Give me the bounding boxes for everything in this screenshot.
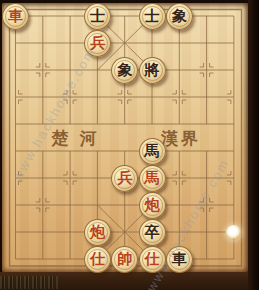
piece-glyph: 車	[8, 9, 23, 24]
piece-glyph: 炮	[145, 198, 160, 213]
piece-black-general[interactable]: 將	[139, 57, 166, 84]
piece-red-advisor[interactable]: 仕	[84, 246, 111, 273]
piece-glyph: 象	[172, 9, 187, 24]
piece-red-chariot[interactable]: 車	[2, 3, 29, 30]
piece-glyph: 士	[145, 9, 160, 24]
piece-black-advisor[interactable]: 士	[139, 3, 166, 30]
piece-black-elephant[interactable]: 象	[166, 3, 193, 30]
piece-glyph: 士	[90, 9, 105, 24]
table-edge-right	[248, 0, 259, 290]
piece-red-horse[interactable]: 馬	[139, 165, 166, 192]
piece-red-cannon[interactable]: 炮	[84, 219, 111, 246]
piece-glyph: 卒	[145, 225, 160, 240]
piece-red-soldier[interactable]: 兵	[111, 165, 138, 192]
piece-glyph: 馬	[145, 171, 160, 186]
piece-glyph: 兵	[117, 171, 132, 186]
piece-red-cannon[interactable]: 炮	[139, 192, 166, 219]
piece-glyph: 將	[145, 63, 160, 78]
piece-black-chariot[interactable]: 車	[166, 246, 193, 273]
piece-glyph: 馬	[145, 144, 160, 159]
piece-glyph: 象	[117, 63, 132, 78]
xiangqi-app: 楚河 漢界 車士士象兵象將馬兵馬炮炮卒仕帥仕車 www.hackhome.com…	[0, 0, 259, 290]
piece-glyph: 炮	[90, 225, 105, 240]
xiangqi-board[interactable]	[2, 3, 248, 272]
piece-black-elephant[interactable]: 象	[111, 57, 138, 84]
piece-glyph: 帥	[117, 252, 132, 267]
piece-red-soldier[interactable]: 兵	[84, 30, 111, 57]
piece-black-horse[interactable]: 馬	[139, 138, 166, 165]
piece-red-general[interactable]: 帥	[111, 246, 138, 273]
piece-black-advisor[interactable]: 士	[84, 3, 111, 30]
piece-glyph: 車	[172, 252, 187, 267]
piece-black-soldier[interactable]: 卒	[139, 219, 166, 246]
artifact-noise	[0, 276, 58, 289]
piece-glyph: 兵	[90, 36, 105, 51]
piece-glyph: 仕	[90, 252, 105, 267]
piece-glyph: 仕	[145, 252, 160, 267]
piece-red-advisor[interactable]: 仕	[139, 246, 166, 273]
